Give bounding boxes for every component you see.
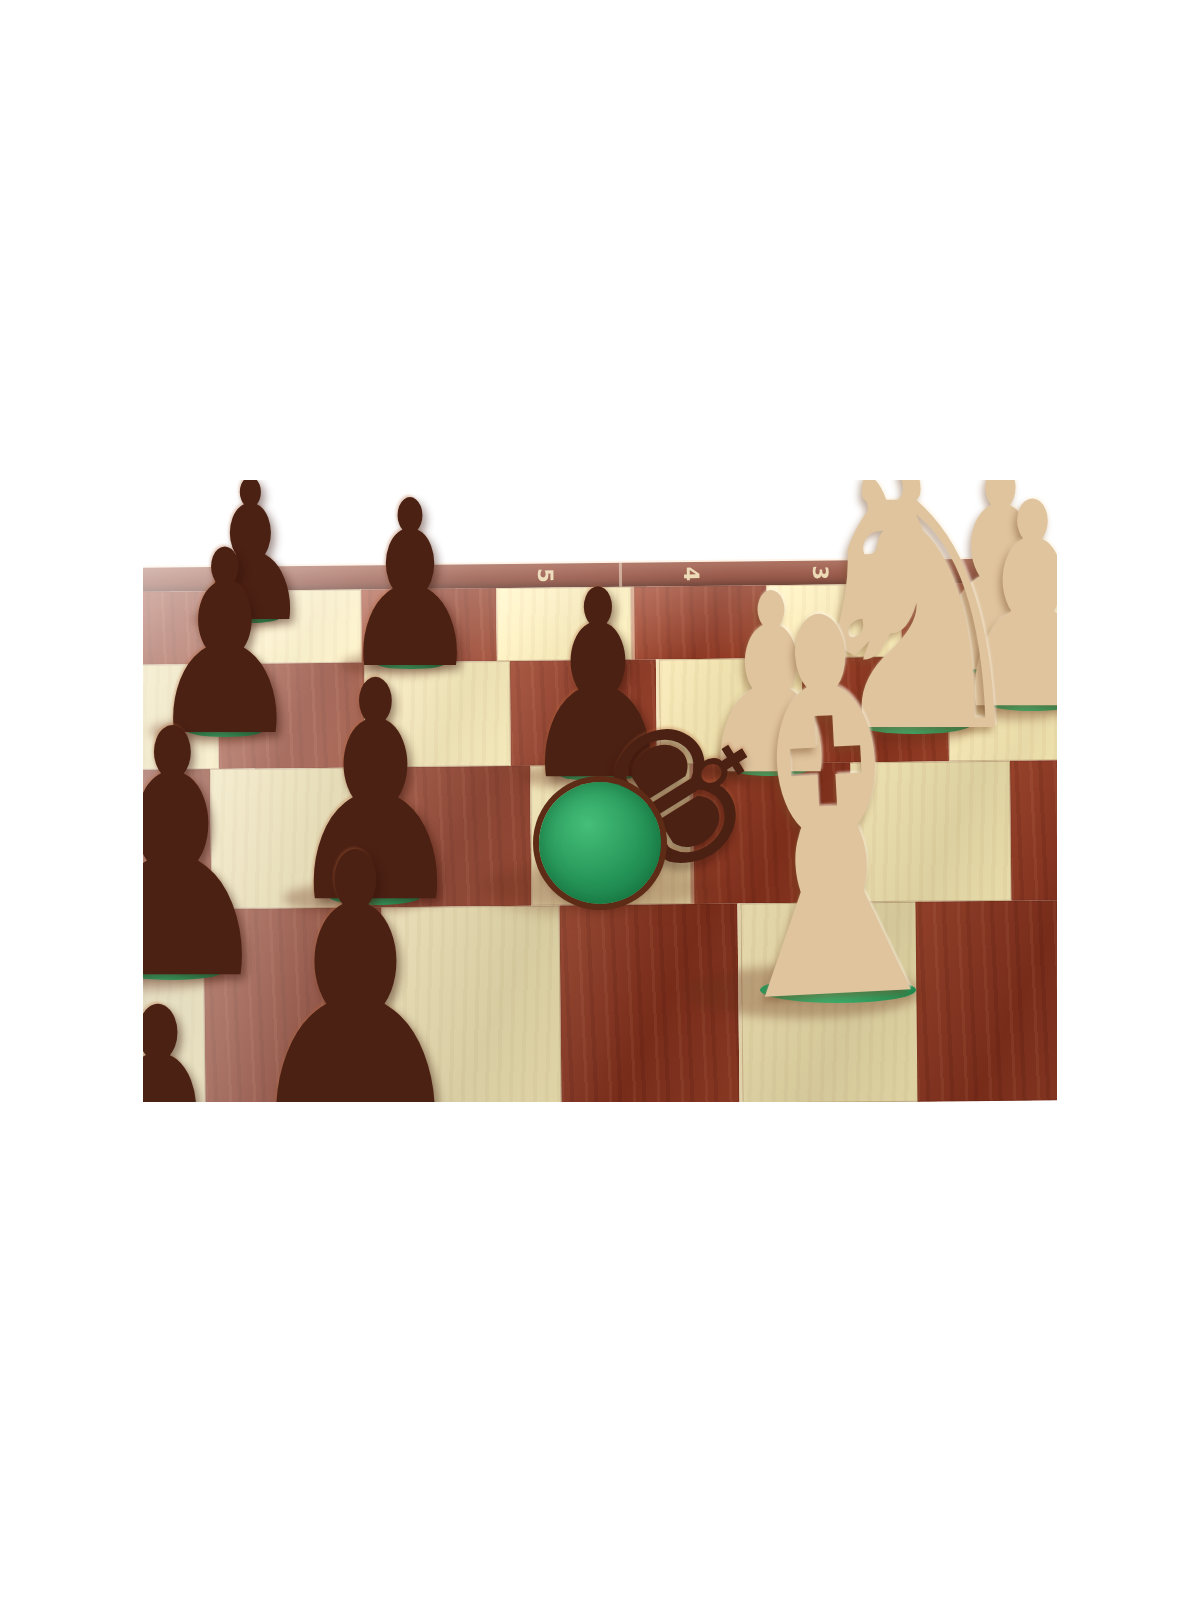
board-square [203, 907, 383, 1102]
board-square [915, 900, 1057, 1102]
board-square [766, 584, 902, 658]
felt-base [187, 724, 263, 737]
board-square [143, 664, 219, 771]
board-square [143, 591, 227, 665]
board-square [1010, 759, 1057, 901]
board-square [361, 588, 497, 662]
board-square [1036, 581, 1057, 655]
felt-base [734, 763, 808, 775]
board-square [656, 658, 806, 765]
felt-base [221, 613, 280, 623]
board-row-h [143, 582, 1057, 665]
rank-label: 4 [679, 562, 703, 586]
board-square [496, 587, 632, 661]
felt-base-disc [539, 782, 661, 904]
board-square [218, 662, 365, 769]
felt-base [330, 889, 421, 904]
board-square [143, 909, 206, 1102]
board-square [364, 661, 511, 768]
felt-base [760, 977, 916, 1003]
board-square [143, 769, 211, 911]
rank-label: 5 [533, 563, 557, 587]
hinge-seam [619, 563, 622, 587]
board-square [631, 585, 770, 659]
board-square [901, 582, 1037, 656]
board-squares [143, 480, 1056, 485]
board-photo: 543 ♟♟♟♟♟♟♟♟♚♞♟♟♟♝ [143, 480, 1057, 1102]
board-square [381, 905, 561, 1102]
felt-base [859, 715, 970, 734]
board-square [850, 761, 1011, 903]
board-square [510, 659, 657, 766]
rank-label: 3 [808, 561, 832, 585]
felt-base [559, 768, 637, 781]
board-row-e [146, 900, 1057, 1102]
